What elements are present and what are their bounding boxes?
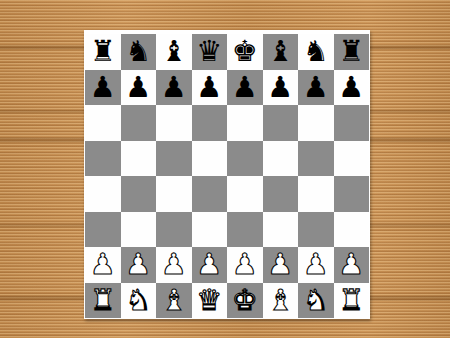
square-e8[interactable]: ♚ xyxy=(227,34,263,70)
piece-black-bishop: ♝ xyxy=(161,34,187,70)
piece-white-pawn: ♟ xyxy=(267,247,293,283)
square-b7[interactable]: ♟ xyxy=(121,70,157,106)
square-d7[interactable]: ♟ xyxy=(192,70,228,106)
piece-black-king: ♚ xyxy=(232,34,258,70)
piece-white-pawn: ♟ xyxy=(303,247,329,283)
piece-black-knight: ♞ xyxy=(125,34,151,70)
wood-table-background: ♜♞♝♛♚♝♞♜♟♟♟♟♟♟♟♟♟♟♟♟♟♟♟♟♜♞♝♛♚♝♞♜ xyxy=(0,0,450,338)
square-f8[interactable]: ♝ xyxy=(263,34,299,70)
piece-white-knight: ♞ xyxy=(125,283,151,319)
piece-white-rook: ♜ xyxy=(90,283,116,319)
square-e1[interactable]: ♚ xyxy=(227,283,263,319)
square-g4[interactable] xyxy=(298,176,334,212)
square-d6[interactable] xyxy=(192,105,228,141)
square-d2[interactable]: ♟ xyxy=(192,247,228,283)
piece-black-pawn: ♟ xyxy=(125,70,151,106)
piece-white-rook: ♜ xyxy=(338,283,364,319)
square-b4[interactable] xyxy=(121,176,157,212)
piece-black-rook: ♜ xyxy=(338,34,364,70)
square-a3[interactable] xyxy=(85,212,121,248)
square-b1[interactable]: ♞ xyxy=(121,283,157,319)
piece-white-pawn: ♟ xyxy=(232,247,258,283)
piece-white-knight: ♞ xyxy=(303,283,329,319)
square-g6[interactable] xyxy=(298,105,334,141)
square-f7[interactable]: ♟ xyxy=(263,70,299,106)
piece-black-pawn: ♟ xyxy=(267,70,293,106)
square-a5[interactable] xyxy=(85,141,121,177)
piece-black-rook: ♜ xyxy=(90,34,116,70)
square-h8[interactable]: ♜ xyxy=(334,34,370,70)
square-d1[interactable]: ♛ xyxy=(192,283,228,319)
piece-white-pawn: ♟ xyxy=(338,247,364,283)
square-a4[interactable] xyxy=(85,176,121,212)
square-c3[interactable] xyxy=(156,212,192,248)
square-f2[interactable]: ♟ xyxy=(263,247,299,283)
piece-white-king: ♚ xyxy=(232,283,258,319)
piece-black-pawn: ♟ xyxy=(196,70,222,106)
square-g3[interactable] xyxy=(298,212,334,248)
square-c5[interactable] xyxy=(156,141,192,177)
piece-black-bishop: ♝ xyxy=(267,34,293,70)
square-h1[interactable]: ♜ xyxy=(334,283,370,319)
piece-black-pawn: ♟ xyxy=(90,70,116,106)
square-c1[interactable]: ♝ xyxy=(156,283,192,319)
square-h7[interactable]: ♟ xyxy=(334,70,370,106)
square-b8[interactable]: ♞ xyxy=(121,34,157,70)
chess-board-panel: ♜♞♝♛♚♝♞♜♟♟♟♟♟♟♟♟♟♟♟♟♟♟♟♟♜♞♝♛♚♝♞♜ xyxy=(84,30,370,319)
piece-white-pawn: ♟ xyxy=(196,247,222,283)
square-f3[interactable] xyxy=(263,212,299,248)
square-g8[interactable]: ♞ xyxy=(298,34,334,70)
square-e4[interactable] xyxy=(227,176,263,212)
square-c8[interactable]: ♝ xyxy=(156,34,192,70)
square-d8[interactable]: ♛ xyxy=(192,34,228,70)
square-b6[interactable] xyxy=(121,105,157,141)
square-c4[interactable] xyxy=(156,176,192,212)
square-d4[interactable] xyxy=(192,176,228,212)
square-g7[interactable]: ♟ xyxy=(298,70,334,106)
square-a2[interactable]: ♟ xyxy=(85,247,121,283)
square-c2[interactable]: ♟ xyxy=(156,247,192,283)
square-a6[interactable] xyxy=(85,105,121,141)
square-h4[interactable] xyxy=(334,176,370,212)
square-h3[interactable] xyxy=(334,212,370,248)
square-d3[interactable] xyxy=(192,212,228,248)
square-c6[interactable] xyxy=(156,105,192,141)
piece-white-queen: ♛ xyxy=(196,283,222,319)
square-d5[interactable] xyxy=(192,141,228,177)
piece-black-pawn: ♟ xyxy=(303,70,329,106)
piece-white-pawn: ♟ xyxy=(125,247,151,283)
square-f6[interactable] xyxy=(263,105,299,141)
square-g1[interactable]: ♞ xyxy=(298,283,334,319)
square-b5[interactable] xyxy=(121,141,157,177)
square-e7[interactable]: ♟ xyxy=(227,70,263,106)
piece-white-pawn: ♟ xyxy=(161,247,187,283)
square-f4[interactable] xyxy=(263,176,299,212)
square-e5[interactable] xyxy=(227,141,263,177)
square-f1[interactable]: ♝ xyxy=(263,283,299,319)
square-a8[interactable]: ♜ xyxy=(85,34,121,70)
piece-white-pawn: ♟ xyxy=(90,247,116,283)
piece-black-pawn: ♟ xyxy=(232,70,258,106)
piece-black-pawn: ♟ xyxy=(161,70,187,106)
piece-black-pawn: ♟ xyxy=(338,70,364,106)
square-b2[interactable]: ♟ xyxy=(121,247,157,283)
square-b3[interactable] xyxy=(121,212,157,248)
piece-white-bishop: ♝ xyxy=(161,283,187,319)
square-h6[interactable] xyxy=(334,105,370,141)
square-a1[interactable]: ♜ xyxy=(85,283,121,319)
chess-board-grid: ♜♞♝♛♚♝♞♜♟♟♟♟♟♟♟♟♟♟♟♟♟♟♟♟♜♞♝♛♚♝♞♜ xyxy=(85,34,369,318)
square-e6[interactable] xyxy=(227,105,263,141)
square-g5[interactable] xyxy=(298,141,334,177)
square-e2[interactable]: ♟ xyxy=(227,247,263,283)
square-e3[interactable] xyxy=(227,212,263,248)
square-f5[interactable] xyxy=(263,141,299,177)
square-h5[interactable] xyxy=(334,141,370,177)
square-g2[interactable]: ♟ xyxy=(298,247,334,283)
square-c7[interactable]: ♟ xyxy=(156,70,192,106)
square-a7[interactable]: ♟ xyxy=(85,70,121,106)
piece-white-bishop: ♝ xyxy=(267,283,293,319)
square-h2[interactable]: ♟ xyxy=(334,247,370,283)
piece-black-queen: ♛ xyxy=(196,34,222,70)
piece-black-knight: ♞ xyxy=(303,34,329,70)
